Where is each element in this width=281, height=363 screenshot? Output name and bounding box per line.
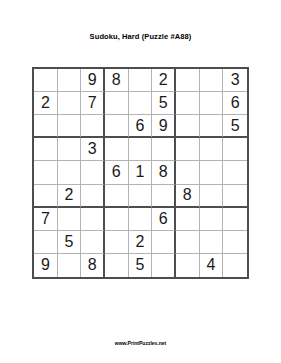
cell-r2c4[interactable]	[105, 92, 129, 115]
cell-r8c3[interactable]	[81, 231, 105, 254]
cell-r1c3[interactable]: 9	[81, 69, 105, 92]
cell-r8c8[interactable]	[200, 231, 224, 254]
cell-r5c9[interactable]	[223, 161, 247, 184]
cell-r1c5[interactable]	[129, 69, 153, 92]
cell-r3c1[interactable]	[34, 115, 58, 138]
cell-r7c6[interactable]: 6	[152, 208, 176, 231]
cell-r4c1[interactable]	[34, 138, 58, 161]
cell-r8c9[interactable]	[223, 231, 247, 254]
cell-r2c8[interactable]	[200, 92, 224, 115]
cell-r8c5[interactable]: 2	[129, 231, 153, 254]
footer-url: www.PrintPuzzles.net	[0, 340, 281, 346]
cell-r4c4[interactable]	[105, 138, 129, 161]
cell-r3c9[interactable]: 5	[223, 115, 247, 138]
cell-r3c4[interactable]	[105, 115, 129, 138]
cell-r1c2[interactable]	[58, 69, 82, 92]
cell-r1c9[interactable]: 3	[223, 69, 247, 92]
cell-r8c1[interactable]	[34, 231, 58, 254]
sudoku-grid: 9823275669536182876529854	[32, 67, 249, 279]
cell-r1c1[interactable]	[34, 69, 58, 92]
cell-r5c7[interactable]	[176, 161, 200, 184]
cell-r8c7[interactable]	[176, 231, 200, 254]
cell-r4c3[interactable]: 3	[81, 138, 105, 161]
cell-r3c2[interactable]	[58, 115, 82, 138]
cell-r4c8[interactable]	[200, 138, 224, 161]
cell-r9c8[interactable]: 4	[200, 254, 224, 277]
cell-r1c8[interactable]	[200, 69, 224, 92]
cell-r2c2[interactable]	[58, 92, 82, 115]
printable-sudoku-page: Sudoku, Hard (Puzzle #A88) 9823275669536…	[0, 0, 281, 363]
cell-r6c9[interactable]	[223, 185, 247, 208]
cell-r6c5[interactable]	[129, 185, 153, 208]
cell-r7c3[interactable]	[81, 208, 105, 231]
cell-r9c5[interactable]: 5	[129, 254, 153, 277]
cell-r6c3[interactable]	[81, 185, 105, 208]
cell-r5c6[interactable]: 8	[152, 161, 176, 184]
cell-r4c5[interactable]	[129, 138, 153, 161]
cell-r1c7[interactable]	[176, 69, 200, 92]
cell-r7c4[interactable]	[105, 208, 129, 231]
cell-r3c6[interactable]: 9	[152, 115, 176, 138]
cell-r9c4[interactable]	[105, 254, 129, 277]
cell-r3c8[interactable]	[200, 115, 224, 138]
cell-r9c9[interactable]	[223, 254, 247, 277]
cell-r7c9[interactable]	[223, 208, 247, 231]
cell-r4c2[interactable]	[58, 138, 82, 161]
cell-r4c7[interactable]	[176, 138, 200, 161]
cell-r1c6[interactable]: 2	[152, 69, 176, 92]
cell-r9c1[interactable]: 9	[34, 254, 58, 277]
cell-r6c6[interactable]	[152, 185, 176, 208]
cell-r6c7[interactable]: 8	[176, 185, 200, 208]
cell-r4c6[interactable]	[152, 138, 176, 161]
cell-r5c1[interactable]	[34, 161, 58, 184]
cell-r5c8[interactable]	[200, 161, 224, 184]
cell-r3c5[interactable]: 6	[129, 115, 153, 138]
cell-r7c5[interactable]	[129, 208, 153, 231]
cell-r6c2[interactable]: 2	[58, 185, 82, 208]
cell-r1c4[interactable]: 8	[105, 69, 129, 92]
cell-r6c4[interactable]	[105, 185, 129, 208]
cell-r2c9[interactable]: 6	[223, 92, 247, 115]
cell-r6c1[interactable]	[34, 185, 58, 208]
cell-r5c5[interactable]: 1	[129, 161, 153, 184]
cell-r5c4[interactable]: 6	[105, 161, 129, 184]
cell-r5c3[interactable]	[81, 161, 105, 184]
cell-r2c1[interactable]: 2	[34, 92, 58, 115]
cell-r3c3[interactable]	[81, 115, 105, 138]
cell-r9c2[interactable]	[58, 254, 82, 277]
cell-r2c7[interactable]	[176, 92, 200, 115]
cell-r7c2[interactable]	[58, 208, 82, 231]
cell-r7c7[interactable]	[176, 208, 200, 231]
cell-r8c2[interactable]: 5	[58, 231, 82, 254]
cell-r9c3[interactable]: 8	[81, 254, 105, 277]
cell-r7c8[interactable]	[200, 208, 224, 231]
cell-r6c8[interactable]	[200, 185, 224, 208]
cell-r7c1[interactable]: 7	[34, 208, 58, 231]
cell-r2c6[interactable]: 5	[152, 92, 176, 115]
puzzle-title: Sudoku, Hard (Puzzle #A88)	[0, 32, 281, 41]
cell-r4c9[interactable]	[223, 138, 247, 161]
cell-r3c7[interactable]	[176, 115, 200, 138]
cell-r9c6[interactable]	[152, 254, 176, 277]
cell-r2c3[interactable]: 7	[81, 92, 105, 115]
cell-r5c2[interactable]	[58, 161, 82, 184]
cell-r9c7[interactable]	[176, 254, 200, 277]
cell-r8c4[interactable]	[105, 231, 129, 254]
cell-r8c6[interactable]	[152, 231, 176, 254]
cell-r2c5[interactable]	[129, 92, 153, 115]
